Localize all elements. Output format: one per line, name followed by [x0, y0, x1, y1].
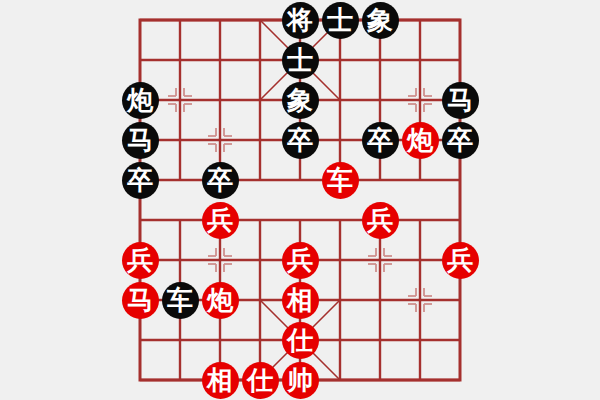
piece-red-elephant[interactable]: 相 — [282, 282, 319, 319]
piece-red-chariot[interactable]: 车 — [322, 162, 359, 199]
piece-red-soldier[interactable]: 兵 — [202, 202, 239, 239]
piece-black-elephant[interactable]: 象 — [362, 2, 399, 39]
piece-red-general[interactable]: 帅 — [282, 362, 319, 399]
piece-red-cannon[interactable]: 炮 — [202, 282, 239, 319]
piece-black-elephant[interactable]: 象 — [282, 82, 319, 119]
piece-black-soldier[interactable]: 卒 — [202, 162, 239, 199]
piece-black-general[interactable]: 将 — [282, 2, 319, 39]
piece-red-horse[interactable]: 马 — [122, 282, 159, 319]
pieces-layer: 将士象士炮象马马卒卒炮卒卒卒车兵兵兵兵兵马车炮相仕相仕帅 — [120, 0, 480, 400]
piece-black-advisor[interactable]: 士 — [282, 42, 319, 79]
piece-red-advisor[interactable]: 仕 — [282, 322, 319, 359]
piece-black-chariot[interactable]: 车 — [162, 282, 199, 319]
piece-black-horse[interactable]: 马 — [442, 82, 479, 119]
piece-red-advisor[interactable]: 仕 — [242, 362, 279, 399]
piece-black-soldier[interactable]: 卒 — [122, 162, 159, 199]
piece-red-cannon[interactable]: 炮 — [402, 122, 439, 159]
piece-black-horse[interactable]: 马 — [122, 122, 159, 159]
piece-red-soldier[interactable]: 兵 — [442, 242, 479, 279]
piece-red-soldier[interactable]: 兵 — [122, 242, 159, 279]
piece-red-elephant[interactable]: 相 — [202, 362, 239, 399]
piece-black-soldier[interactable]: 卒 — [442, 122, 479, 159]
piece-black-cannon[interactable]: 炮 — [122, 82, 159, 119]
piece-black-soldier[interactable]: 卒 — [362, 122, 399, 159]
piece-black-advisor[interactable]: 士 — [322, 2, 359, 39]
piece-red-soldier[interactable]: 兵 — [362, 202, 399, 239]
piece-black-soldier[interactable]: 卒 — [282, 122, 319, 159]
xiangqi-app: 将士象士炮象马马卒卒炮卒卒卒车兵兵兵兵兵马车炮相仕相仕帅 — [0, 0, 600, 400]
piece-red-soldier[interactable]: 兵 — [282, 242, 319, 279]
